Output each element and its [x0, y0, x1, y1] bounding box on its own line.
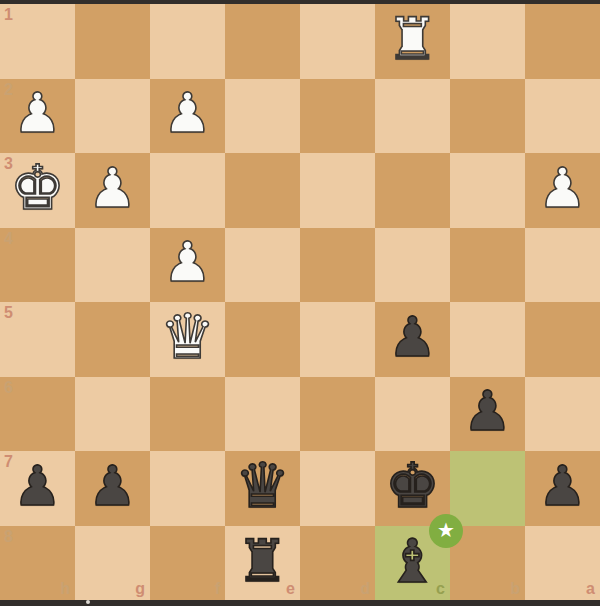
square-a6[interactable]	[525, 377, 600, 452]
square-g5[interactable]	[75, 302, 150, 377]
square-g1[interactable]	[75, 4, 150, 79]
square-e3[interactable]	[225, 153, 300, 228]
star-icon: ★	[437, 520, 455, 540]
square-b1[interactable]	[450, 4, 525, 79]
piece-black-king-c7[interactable]: ♚	[375, 449, 450, 524]
timeline-dot	[86, 600, 90, 604]
square-e8[interactable]: e♜	[225, 526, 300, 601]
piece-black-rook-e8[interactable]: ♜	[225, 524, 300, 599]
square-e4[interactable]	[225, 228, 300, 303]
square-g6[interactable]	[75, 377, 150, 452]
square-a5[interactable]	[525, 302, 600, 377]
square-f8[interactable]: f	[150, 526, 225, 601]
square-a7[interactable]: ♟	[525, 451, 600, 526]
piece-black-queen-e7[interactable]: ♛	[225, 449, 300, 524]
square-e2[interactable]	[225, 79, 300, 154]
file-label-f: f	[215, 580, 220, 598]
piece-black-pawn-g7[interactable]: ♟	[75, 449, 150, 524]
square-g7[interactable]: ♟	[75, 451, 150, 526]
square-g4[interactable]	[75, 228, 150, 303]
square-a3[interactable]: ♟	[525, 153, 600, 228]
rank-label-1: 1	[4, 6, 13, 24]
file-label-g: g	[135, 580, 145, 598]
square-d4[interactable]	[300, 228, 375, 303]
square-d6[interactable]	[300, 377, 375, 452]
square-h7[interactable]: 7♟	[0, 451, 75, 526]
file-label-a: a	[586, 580, 595, 598]
square-a4[interactable]	[525, 228, 600, 303]
square-b3[interactable]	[450, 153, 525, 228]
square-c1[interactable]: ♜	[375, 4, 450, 79]
square-h1[interactable]: 1	[0, 4, 75, 79]
piece-white-king-h3[interactable]: ♚	[0, 151, 75, 226]
square-e6[interactable]	[225, 377, 300, 452]
piece-black-pawn-b6[interactable]: ♟	[450, 375, 525, 450]
square-c3[interactable]	[375, 153, 450, 228]
square-a8[interactable]: a	[525, 526, 600, 601]
square-f7[interactable]	[150, 451, 225, 526]
square-c4[interactable]	[375, 228, 450, 303]
piece-black-pawn-c5[interactable]: ♟	[375, 300, 450, 375]
square-d2[interactable]	[300, 79, 375, 154]
rank-label-6: 6	[4, 379, 13, 397]
rank-label-4: 4	[4, 230, 13, 248]
file-label-d: d	[360, 580, 370, 598]
chess-app-frame: 1♜2♟♟3♚♟♟4♟5♛♟6♟7♟♟♛♚♟8hgfe♜dc♝ba ★	[0, 0, 600, 606]
square-h5[interactable]: 5	[0, 302, 75, 377]
square-g3[interactable]: ♟	[75, 153, 150, 228]
square-d8[interactable]: d	[300, 526, 375, 601]
square-e5[interactable]	[225, 302, 300, 377]
square-e1[interactable]	[225, 4, 300, 79]
file-label-h: h	[60, 580, 70, 598]
square-b6[interactable]: ♟	[450, 377, 525, 452]
square-d5[interactable]	[300, 302, 375, 377]
square-c5[interactable]: ♟	[375, 302, 450, 377]
piece-white-pawn-f4[interactable]: ♟	[150, 226, 225, 301]
square-d3[interactable]	[300, 153, 375, 228]
square-f4[interactable]: ♟	[150, 228, 225, 303]
square-a1[interactable]	[525, 4, 600, 79]
square-e7[interactable]: ♛	[225, 451, 300, 526]
square-h4[interactable]: 4	[0, 228, 75, 303]
best-move-star-badge: ★	[429, 514, 463, 548]
square-b7[interactable]	[450, 451, 525, 526]
square-b5[interactable]	[450, 302, 525, 377]
square-f2[interactable]: ♟	[150, 79, 225, 154]
square-f3[interactable]	[150, 153, 225, 228]
square-h2[interactable]: 2♟	[0, 79, 75, 154]
piece-black-pawn-h7[interactable]: ♟	[0, 449, 75, 524]
square-a2[interactable]	[525, 79, 600, 154]
rank-label-5: 5	[4, 304, 13, 322]
square-f5[interactable]: ♛	[150, 302, 225, 377]
piece-black-pawn-a7[interactable]: ♟	[525, 449, 600, 524]
square-h3[interactable]: 3♚	[0, 153, 75, 228]
square-b4[interactable]	[450, 228, 525, 303]
piece-white-pawn-a3[interactable]: ♟	[525, 151, 600, 226]
square-h6[interactable]: 6	[0, 377, 75, 452]
square-b2[interactable]	[450, 79, 525, 154]
square-c6[interactable]	[375, 377, 450, 452]
square-g2[interactable]	[75, 79, 150, 154]
square-c2[interactable]	[375, 79, 450, 154]
square-f6[interactable]	[150, 377, 225, 452]
square-d7[interactable]	[300, 451, 375, 526]
piece-white-queen-f5[interactable]: ♛	[150, 300, 225, 375]
square-g8[interactable]: g	[75, 526, 150, 601]
piece-white-rook-c1[interactable]: ♜	[375, 2, 450, 77]
square-f1[interactable]	[150, 4, 225, 79]
square-h8[interactable]: 8h	[0, 526, 75, 601]
piece-white-pawn-f2[interactable]: ♟	[150, 77, 225, 152]
piece-white-pawn-g3[interactable]: ♟	[75, 151, 150, 226]
chess-board: 1♜2♟♟3♚♟♟4♟5♛♟6♟7♟♟♛♚♟8hgfe♜dc♝ba	[0, 4, 600, 600]
piece-white-pawn-h2[interactable]: ♟	[0, 77, 75, 152]
rank-label-8: 8	[4, 528, 13, 546]
square-d1[interactable]	[300, 4, 375, 79]
file-label-b: b	[510, 580, 520, 598]
